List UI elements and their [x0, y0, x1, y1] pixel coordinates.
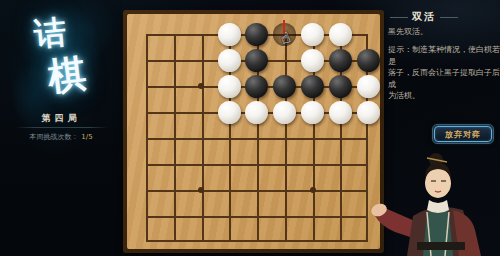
star-point [198, 83, 204, 89]
game-screen: { "game": "go", "screen_title": "诘棋", "s… [0, 0, 500, 256]
black-stone [273, 75, 296, 98]
white-stone [301, 101, 324, 124]
attempts-counter: 本周挑战次数：1/5 [0, 132, 122, 142]
star-point [310, 187, 316, 193]
black-stone [357, 49, 380, 72]
attempts-label: 本周挑战次数： [29, 133, 78, 141]
white-stone [329, 23, 352, 46]
white-stone [273, 101, 296, 124]
hint-line: 为活棋。 [388, 90, 500, 102]
panel-title-row: 双活 [390, 10, 458, 24]
title-rule-right [440, 17, 458, 18]
round-label: 第四局 [0, 112, 122, 125]
hint-text: 提示：制造某种情况，使白棋若是 落子，反而会让黑子提取白子后成 为活棋。 [388, 44, 500, 102]
board-surface: ☝ [127, 14, 380, 249]
title-char: 棋 [45, 48, 89, 103]
sidebar: 诘棋 第四局 本周挑战次数：1/5 [0, 0, 122, 256]
black-stone [329, 49, 352, 72]
white-stone [329, 101, 352, 124]
white-stone [301, 49, 324, 72]
give-up-button-frame: 放弃对弈 [432, 124, 494, 144]
black-stone [245, 49, 268, 72]
white-stone [245, 101, 268, 124]
give-up-button[interactable]: 放弃对弈 [434, 126, 492, 142]
title-rule-left [390, 17, 408, 18]
hint-line: 提示：制造某种情况，使白棋若是 [388, 44, 500, 67]
white-stone [218, 49, 241, 72]
black-stone [245, 75, 268, 98]
hover-intersection[interactable]: ☝ [273, 23, 296, 46]
puzzle-type-title: 双活 [412, 10, 436, 24]
white-stone [218, 23, 241, 46]
black-stone [329, 75, 352, 98]
puzzle-title-calligraphy: 诘棋 [0, 0, 122, 110]
black-stone [245, 23, 268, 46]
white-stone [357, 101, 380, 124]
white-stone [218, 75, 241, 98]
objective-text: 黑先双活。 [388, 26, 498, 37]
attempts-value: 1/5 [81, 133, 92, 141]
info-panel: 双活 黑先双活。 提示：制造某种情况，使白棋若是 落子，反而会让黑子提取白子后成… [386, 0, 500, 256]
hint-line: 落子，反而会让黑子提取白子后成 [388, 67, 500, 90]
sidebar-divider [16, 127, 108, 128]
star-point [198, 187, 204, 193]
white-stone [357, 75, 380, 98]
go-board: ☝ [123, 10, 384, 253]
stone-grid[interactable]: ☝ [132, 21, 382, 255]
white-stone [218, 101, 241, 124]
white-stone [301, 23, 324, 46]
black-stone [301, 75, 324, 98]
